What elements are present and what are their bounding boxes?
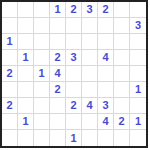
cell-r3c8[interactable] bbox=[114, 34, 130, 50]
cell-r2c1[interactable] bbox=[2, 18, 18, 34]
cell-r8c4[interactable] bbox=[50, 114, 66, 130]
clue-cell-r9c5: 1 bbox=[66, 130, 82, 146]
clue-cell-r6c9: 1 bbox=[130, 82, 146, 98]
clue-cell-r7c7: 3 bbox=[98, 98, 114, 114]
cell-r6c7[interactable] bbox=[98, 82, 114, 98]
clue-cell-r4c2: 1 bbox=[18, 50, 34, 66]
clue-cell-r1c6: 3 bbox=[82, 2, 98, 18]
cell-r7c4[interactable] bbox=[50, 98, 66, 114]
cell-r9c7[interactable] bbox=[98, 130, 114, 146]
cell-r5c5[interactable] bbox=[66, 66, 82, 82]
cell-r1c9[interactable] bbox=[130, 2, 146, 18]
cell-r7c9[interactable] bbox=[130, 98, 146, 114]
cell-r2c4[interactable] bbox=[50, 18, 66, 34]
cell-r3c6[interactable] bbox=[82, 34, 98, 50]
cell-r2c2[interactable] bbox=[18, 18, 34, 34]
cell-r5c6[interactable] bbox=[82, 66, 98, 82]
cell-r9c9[interactable] bbox=[130, 130, 146, 146]
cell-r2c8[interactable] bbox=[114, 18, 130, 34]
clue-cell-r4c7: 4 bbox=[98, 50, 114, 66]
cell-r9c1[interactable] bbox=[2, 130, 18, 146]
cell-r7c2[interactable] bbox=[18, 98, 34, 114]
cell-r6c3[interactable] bbox=[34, 82, 50, 98]
cell-r3c2[interactable] bbox=[18, 34, 34, 50]
cell-r6c8[interactable] bbox=[114, 82, 130, 98]
clue-cell-r7c1: 2 bbox=[2, 98, 18, 114]
cell-r3c9[interactable] bbox=[130, 34, 146, 50]
cell-r5c9[interactable] bbox=[130, 66, 146, 82]
cell-r7c3[interactable] bbox=[34, 98, 50, 114]
clue-cell-r3c1: 1 bbox=[2, 34, 18, 50]
clue-cell-r5c4: 4 bbox=[50, 66, 66, 82]
clue-cell-r6c4: 2 bbox=[50, 82, 66, 98]
clue-cell-r8c2: 1 bbox=[18, 114, 34, 130]
cell-r9c8[interactable] bbox=[114, 130, 130, 146]
clue-cell-r1c4: 1 bbox=[50, 2, 66, 18]
cell-r3c3[interactable] bbox=[34, 34, 50, 50]
clue-cell-r1c7: 2 bbox=[98, 2, 114, 18]
clue-cell-r8c7: 4 bbox=[98, 114, 114, 130]
cell-r2c7[interactable] bbox=[98, 18, 114, 34]
cell-r2c3[interactable] bbox=[34, 18, 50, 34]
cell-r8c1[interactable] bbox=[2, 114, 18, 130]
clue-cell-r4c5: 3 bbox=[66, 50, 82, 66]
clue-cell-r5c1: 2 bbox=[2, 66, 18, 82]
cell-r4c3[interactable] bbox=[34, 50, 50, 66]
cell-r3c4[interactable] bbox=[50, 34, 66, 50]
cell-r2c5[interactable] bbox=[66, 18, 82, 34]
cell-r1c8[interactable] bbox=[114, 2, 130, 18]
cell-r1c1[interactable] bbox=[2, 2, 18, 18]
cell-r5c2[interactable] bbox=[18, 66, 34, 82]
clue-cell-r5c3: 1 bbox=[34, 66, 50, 82]
clue-cell-r7c5: 2 bbox=[66, 98, 82, 114]
cell-r6c2[interactable] bbox=[18, 82, 34, 98]
clue-cell-r1c5: 2 bbox=[66, 2, 82, 18]
cell-r9c2[interactable] bbox=[18, 130, 34, 146]
cell-r1c2[interactable] bbox=[18, 2, 34, 18]
clue-cell-r7c6: 4 bbox=[82, 98, 98, 114]
cell-r9c3[interactable] bbox=[34, 130, 50, 146]
cell-r3c5[interactable] bbox=[66, 34, 82, 50]
cell-r6c1[interactable] bbox=[2, 82, 18, 98]
cell-r6c5[interactable] bbox=[66, 82, 82, 98]
cell-r4c1[interactable] bbox=[2, 50, 18, 66]
cell-r2c6[interactable] bbox=[82, 18, 98, 34]
cell-r8c5[interactable] bbox=[66, 114, 82, 130]
cell-r5c8[interactable] bbox=[114, 66, 130, 82]
cell-r8c6[interactable] bbox=[82, 114, 98, 130]
cell-r8c3[interactable] bbox=[34, 114, 50, 130]
cell-r9c6[interactable] bbox=[82, 130, 98, 146]
cell-r5c7[interactable] bbox=[98, 66, 114, 82]
puzzle-board: 123231123421421224314211 bbox=[0, 0, 148, 148]
cell-r9c4[interactable] bbox=[50, 130, 66, 146]
clue-cell-r4c4: 2 bbox=[50, 50, 66, 66]
clue-cell-r8c8: 2 bbox=[114, 114, 130, 130]
cell-r1c3[interactable] bbox=[34, 2, 50, 18]
cell-r3c7[interactable] bbox=[98, 34, 114, 50]
cell-r4c9[interactable] bbox=[130, 50, 146, 66]
cell-r4c6[interactable] bbox=[82, 50, 98, 66]
clue-cell-r2c9: 3 bbox=[130, 18, 146, 34]
cell-r7c8[interactable] bbox=[114, 98, 130, 114]
cell-r6c6[interactable] bbox=[82, 82, 98, 98]
clue-cell-r8c9: 1 bbox=[130, 114, 146, 130]
cell-r4c8[interactable] bbox=[114, 50, 130, 66]
